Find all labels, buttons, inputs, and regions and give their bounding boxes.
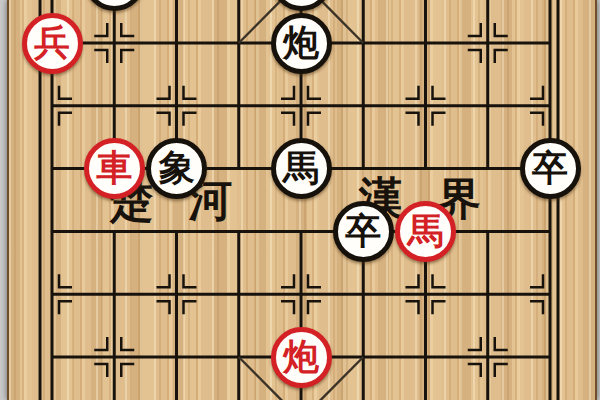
piece-black-soldier[interactable]: 卒 xyxy=(333,201,394,262)
piece-black-horse[interactable]: 馬 xyxy=(271,138,332,199)
xiangqi-board[interactable]: 楚河漢界 兵炮車象馬卒卒馬炮 xyxy=(0,0,600,400)
piece-red-horse[interactable]: 馬 xyxy=(395,201,456,262)
piece-red-soldier[interactable]: 兵 xyxy=(22,13,83,74)
piece-black-soldier[interactable]: 卒 xyxy=(520,138,581,199)
piece-black-elephant[interactable]: 象 xyxy=(146,138,207,199)
piece-red-chariot[interactable]: 車 xyxy=(84,138,145,199)
piece-black-cannon[interactable]: 炮 xyxy=(271,13,332,74)
piece-red-cannon[interactable]: 炮 xyxy=(271,327,332,388)
